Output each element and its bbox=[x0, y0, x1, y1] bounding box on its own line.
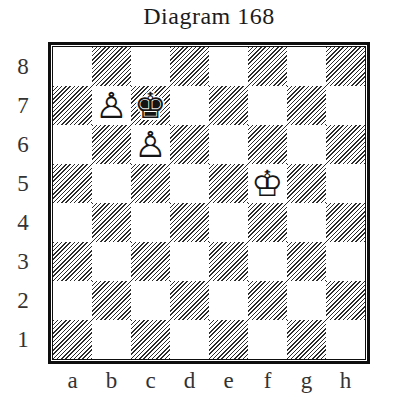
square-a3 bbox=[53, 242, 92, 281]
square-h4 bbox=[326, 203, 365, 242]
file-label-e: e bbox=[209, 368, 248, 394]
square-g7 bbox=[287, 86, 326, 125]
square-f1 bbox=[248, 320, 287, 359]
square-b1 bbox=[92, 320, 131, 359]
square-d1 bbox=[170, 320, 209, 359]
square-c7: ♚ bbox=[131, 86, 170, 125]
square-f4 bbox=[248, 203, 287, 242]
square-e3 bbox=[209, 242, 248, 281]
square-e4 bbox=[209, 203, 248, 242]
square-g4 bbox=[287, 203, 326, 242]
square-g8 bbox=[287, 47, 326, 86]
rank-label-3: 3 bbox=[6, 242, 40, 281]
chess-board: ♙♚♙♔ bbox=[48, 42, 370, 364]
white-king: ♔ bbox=[251, 164, 283, 203]
file-label-a: a bbox=[53, 368, 92, 394]
rank-label-8: 8 bbox=[6, 47, 40, 86]
file-label-d: d bbox=[170, 368, 209, 394]
rank-label-1: 1 bbox=[6, 320, 40, 359]
square-e2 bbox=[209, 281, 248, 320]
square-h8 bbox=[326, 47, 365, 86]
square-g1 bbox=[287, 320, 326, 359]
diagram-title: Diagram 168 bbox=[48, 3, 370, 30]
rank-label-4: 4 bbox=[6, 203, 40, 242]
square-d6 bbox=[170, 125, 209, 164]
black-king: ♚ bbox=[134, 86, 166, 125]
square-e5 bbox=[209, 164, 248, 203]
file-label-h: h bbox=[326, 368, 365, 394]
square-h1 bbox=[326, 320, 365, 359]
white-pawn: ♙ bbox=[95, 86, 127, 125]
square-h6 bbox=[326, 125, 365, 164]
square-b3 bbox=[92, 242, 131, 281]
file-label-g: g bbox=[287, 368, 326, 394]
square-g2 bbox=[287, 281, 326, 320]
square-a2 bbox=[53, 281, 92, 320]
square-f2 bbox=[248, 281, 287, 320]
square-d4 bbox=[170, 203, 209, 242]
square-b7: ♙ bbox=[92, 86, 131, 125]
square-f5: ♔ bbox=[248, 164, 287, 203]
square-c3 bbox=[131, 242, 170, 281]
square-b2 bbox=[92, 281, 131, 320]
rank-labels: 87654321 bbox=[6, 47, 40, 359]
square-f8 bbox=[248, 47, 287, 86]
square-b4 bbox=[92, 203, 131, 242]
square-h3 bbox=[326, 242, 365, 281]
square-d7 bbox=[170, 86, 209, 125]
rank-label-5: 5 bbox=[6, 164, 40, 203]
square-a5 bbox=[53, 164, 92, 203]
file-label-b: b bbox=[92, 368, 131, 394]
square-a4 bbox=[53, 203, 92, 242]
square-d2 bbox=[170, 281, 209, 320]
rank-label-6: 6 bbox=[6, 125, 40, 164]
square-b5 bbox=[92, 164, 131, 203]
square-f7 bbox=[248, 86, 287, 125]
square-f3 bbox=[248, 242, 287, 281]
square-b6 bbox=[92, 125, 131, 164]
file-labels: abcdefgh bbox=[53, 368, 365, 394]
rank-label-7: 7 bbox=[6, 86, 40, 125]
square-a1 bbox=[53, 320, 92, 359]
square-d3 bbox=[170, 242, 209, 281]
square-c4 bbox=[131, 203, 170, 242]
square-c6: ♙ bbox=[131, 125, 170, 164]
square-h2 bbox=[326, 281, 365, 320]
board-inner-frame: ♙♚♙♔ bbox=[52, 46, 366, 360]
rank-label-2: 2 bbox=[6, 281, 40, 320]
white-pawn: ♙ bbox=[134, 125, 166, 164]
file-label-c: c bbox=[131, 368, 170, 394]
square-e1 bbox=[209, 320, 248, 359]
square-g5 bbox=[287, 164, 326, 203]
square-h5 bbox=[326, 164, 365, 203]
square-a7 bbox=[53, 86, 92, 125]
file-label-f: f bbox=[248, 368, 287, 394]
square-d5 bbox=[170, 164, 209, 203]
square-b8 bbox=[92, 47, 131, 86]
square-c2 bbox=[131, 281, 170, 320]
square-a8 bbox=[53, 47, 92, 86]
square-f6 bbox=[248, 125, 287, 164]
square-h7 bbox=[326, 86, 365, 125]
square-c5 bbox=[131, 164, 170, 203]
chess-diagram-page: Diagram 168 87654321 ♙♚♙♔ abcdefgh bbox=[0, 0, 400, 400]
board-grid: ♙♚♙♔ bbox=[53, 47, 365, 359]
square-e6 bbox=[209, 125, 248, 164]
square-g6 bbox=[287, 125, 326, 164]
square-a6 bbox=[53, 125, 92, 164]
square-c8 bbox=[131, 47, 170, 86]
square-d8 bbox=[170, 47, 209, 86]
square-e7 bbox=[209, 86, 248, 125]
square-e8 bbox=[209, 47, 248, 86]
square-c1 bbox=[131, 320, 170, 359]
square-g3 bbox=[287, 242, 326, 281]
